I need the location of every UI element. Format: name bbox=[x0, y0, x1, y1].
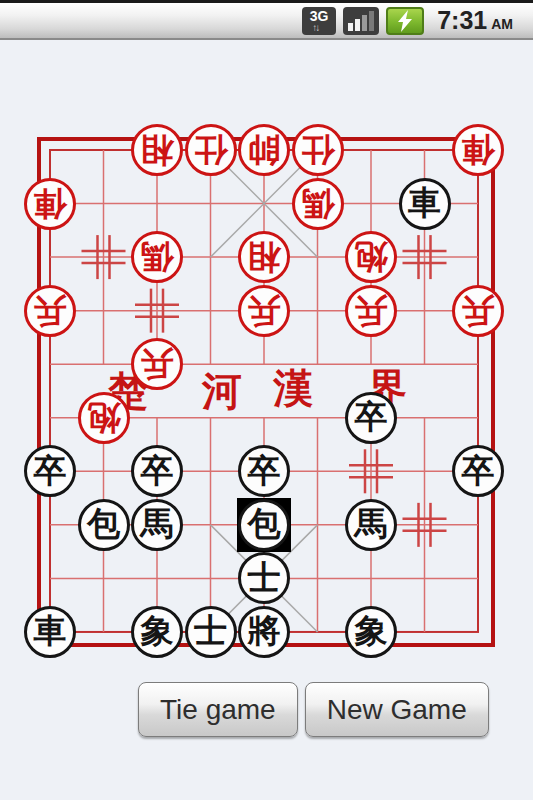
board-cell[interactable]: 兵 bbox=[451, 284, 505, 338]
board-cell[interactable] bbox=[184, 284, 238, 338]
board-cell[interactable]: 象 bbox=[344, 605, 398, 659]
piece-black-advisor[interactable]: 士 bbox=[238, 552, 290, 604]
board-cell[interactable] bbox=[344, 123, 398, 177]
board-cell[interactable]: 士 bbox=[237, 552, 291, 606]
board-cell[interactable]: 炮 bbox=[344, 230, 398, 284]
clock-meridiem: AM bbox=[491, 16, 513, 32]
phone-screen: 3G ↑↓ 7:31 AM 楚 河 漢 界 相仕帥仕俥俥傌車傌相炮兵兵兵兵兵炮卒… bbox=[0, 0, 533, 800]
board-cell[interactable] bbox=[23, 391, 77, 445]
board-cell[interactable] bbox=[77, 284, 131, 338]
3g-label: 3G bbox=[310, 9, 329, 23]
board-cell[interactable]: 車 bbox=[398, 177, 452, 231]
action-buttons: Tie game New Game bbox=[138, 682, 489, 737]
piece-black-soldier[interactable]: 卒 bbox=[238, 445, 290, 497]
board-cell[interactable] bbox=[291, 284, 345, 338]
board-cell[interactable] bbox=[291, 337, 345, 391]
board-cell[interactable] bbox=[291, 230, 345, 284]
board-cell[interactable]: 俥 bbox=[23, 177, 77, 231]
board-cell[interactable] bbox=[451, 552, 505, 606]
piece-red-horse[interactable]: 傌 bbox=[131, 231, 183, 283]
board-cell[interactable]: 炮 bbox=[77, 391, 131, 445]
piece-black-soldier[interactable]: 卒 bbox=[345, 392, 397, 444]
board-cell[interactable] bbox=[237, 337, 291, 391]
piece-black-cannon[interactable]: 包 bbox=[238, 499, 290, 551]
board-cell[interactable] bbox=[344, 337, 398, 391]
board-grid: 相仕帥仕俥俥傌車傌相炮兵兵兵兵兵炮卒卒卒卒卒包馬包馬士車象士將象 bbox=[23, 123, 505, 658]
status-bar: 3G ↑↓ 7:31 AM bbox=[0, 0, 533, 40]
board-cell[interactable] bbox=[130, 391, 184, 445]
3g-data-icon: 3G ↑↓ bbox=[302, 7, 336, 35]
board-cell[interactable] bbox=[451, 498, 505, 552]
board-cell[interactable] bbox=[398, 498, 452, 552]
piece-black-soldier[interactable]: 卒 bbox=[131, 445, 183, 497]
piece-black-advisor[interactable]: 士 bbox=[185, 606, 237, 658]
board-cell[interactable] bbox=[77, 337, 131, 391]
board-cell[interactable] bbox=[398, 230, 452, 284]
board-cell[interactable] bbox=[184, 552, 238, 606]
xiangqi-board: 楚 河 漢 界 相仕帥仕俥俥傌車傌相炮兵兵兵兵兵炮卒卒卒卒卒包馬包馬士車象士將象 bbox=[26, 126, 506, 656]
board-cell[interactable] bbox=[344, 177, 398, 231]
board-cell[interactable] bbox=[184, 177, 238, 231]
piece-red-soldier[interactable]: 兵 bbox=[131, 338, 183, 390]
board-cell[interactable]: 兵 bbox=[344, 284, 398, 338]
board-cell[interactable] bbox=[291, 391, 345, 445]
board-cell[interactable] bbox=[184, 498, 238, 552]
piece-red-advisor[interactable]: 仕 bbox=[185, 124, 237, 176]
board-cell[interactable] bbox=[23, 337, 77, 391]
piece-red-soldier[interactable]: 兵 bbox=[345, 285, 397, 337]
board-cell[interactable] bbox=[77, 230, 131, 284]
piece-red-general[interactable]: 帥 bbox=[238, 124, 290, 176]
piece-black-horse[interactable]: 馬 bbox=[345, 499, 397, 551]
board-cell[interactable] bbox=[291, 445, 345, 499]
board-cell[interactable]: 相 bbox=[130, 123, 184, 177]
board-cell[interactable] bbox=[77, 177, 131, 231]
board-cell[interactable]: 兵 bbox=[237, 284, 291, 338]
board-cell[interactable] bbox=[398, 391, 452, 445]
tie-game-button[interactable]: Tie game bbox=[138, 682, 298, 737]
board-cell[interactable]: 仕 bbox=[184, 123, 238, 177]
clock: 7:31 AM bbox=[437, 6, 513, 35]
board-cell[interactable]: 卒 bbox=[451, 445, 505, 499]
board-cell[interactable] bbox=[398, 552, 452, 606]
piece-black-elephant[interactable]: 象 bbox=[131, 606, 183, 658]
board-cell[interactable] bbox=[130, 177, 184, 231]
board-cell[interactable]: 馬 bbox=[130, 498, 184, 552]
lightning-bolt-icon bbox=[395, 10, 415, 32]
board-cell[interactable]: 卒 bbox=[237, 445, 291, 499]
board-cell[interactable] bbox=[344, 445, 398, 499]
board-cell[interactable] bbox=[77, 605, 131, 659]
board-cell[interactable]: 仕 bbox=[291, 123, 345, 177]
board-cell[interactable] bbox=[77, 445, 131, 499]
piece-black-cannon[interactable]: 包 bbox=[78, 499, 130, 551]
board-cell[interactable] bbox=[23, 552, 77, 606]
board-cell[interactable]: 相 bbox=[237, 230, 291, 284]
piece-red-soldier[interactable]: 兵 bbox=[24, 285, 76, 337]
clock-time: 7:31 bbox=[437, 6, 487, 35]
piece-red-soldier[interactable]: 兵 bbox=[452, 285, 504, 337]
board-cell[interactable] bbox=[184, 230, 238, 284]
board-cell[interactable] bbox=[451, 337, 505, 391]
piece-red-elephant[interactable]: 相 bbox=[131, 124, 183, 176]
board-cell[interactable]: 兵 bbox=[23, 284, 77, 338]
board-cell[interactable] bbox=[23, 230, 77, 284]
board-cell[interactable]: 俥 bbox=[451, 123, 505, 177]
board-cell[interactable] bbox=[130, 284, 184, 338]
piece-red-cannon[interactable]: 炮 bbox=[78, 392, 130, 444]
board-cell[interactable] bbox=[237, 177, 291, 231]
board-cell[interactable] bbox=[77, 552, 131, 606]
board-cell[interactable] bbox=[130, 552, 184, 606]
board-cell[interactable] bbox=[398, 445, 452, 499]
board-cell[interactable] bbox=[237, 391, 291, 445]
board-cell[interactable]: 卒 bbox=[344, 391, 398, 445]
board-cell[interactable]: 將 bbox=[237, 605, 291, 659]
board-cell[interactable] bbox=[398, 605, 452, 659]
board-cell[interactable] bbox=[23, 123, 77, 177]
piece-black-horse[interactable]: 馬 bbox=[131, 499, 183, 551]
board-cell[interactable]: 包 bbox=[237, 498, 291, 552]
board-cell[interactable] bbox=[451, 391, 505, 445]
new-game-button[interactable]: New Game bbox=[305, 682, 489, 737]
piece-red-soldier[interactable]: 兵 bbox=[238, 285, 290, 337]
piece-black-elephant[interactable]: 象 bbox=[345, 606, 397, 658]
board-cell[interactable] bbox=[398, 123, 452, 177]
battery-charging-icon bbox=[386, 7, 424, 35]
data-arrows-icon: ↑↓ bbox=[312, 23, 318, 33]
piece-black-soldier[interactable]: 卒 bbox=[24, 445, 76, 497]
piece-red-chariot[interactable]: 俥 bbox=[24, 178, 76, 230]
piece-black-general[interactable]: 將 bbox=[238, 606, 290, 658]
board-cell[interactable]: 傌 bbox=[130, 230, 184, 284]
board-cell[interactable]: 傌 bbox=[291, 177, 345, 231]
piece-black-chariot[interactable]: 車 bbox=[24, 606, 76, 658]
board-cell[interactable] bbox=[184, 337, 238, 391]
board-cell[interactable] bbox=[398, 337, 452, 391]
board-cell[interactable] bbox=[291, 552, 345, 606]
piece-black-chariot[interactable]: 車 bbox=[399, 178, 451, 230]
board-cell[interactable]: 卒 bbox=[23, 445, 77, 499]
board-cell[interactable] bbox=[451, 177, 505, 231]
piece-red-cannon[interactable]: 炮 bbox=[345, 231, 397, 283]
board-cell[interactable]: 卒 bbox=[130, 445, 184, 499]
board-cell[interactable]: 包 bbox=[77, 498, 131, 552]
board-cell[interactable] bbox=[291, 498, 345, 552]
piece-red-advisor[interactable]: 仕 bbox=[292, 124, 344, 176]
board-cell[interactable] bbox=[451, 605, 505, 659]
board-cell[interactable]: 帥 bbox=[237, 123, 291, 177]
board-cell[interactable] bbox=[451, 230, 505, 284]
piece-black-soldier[interactable]: 卒 bbox=[452, 445, 504, 497]
board-cell[interactable] bbox=[77, 123, 131, 177]
board-cell[interactable]: 馬 bbox=[344, 498, 398, 552]
board-cell[interactable] bbox=[23, 498, 77, 552]
board-cell[interactable] bbox=[344, 552, 398, 606]
board-cell[interactable] bbox=[184, 391, 238, 445]
board-cell[interactable]: 士 bbox=[184, 605, 238, 659]
board-cell[interactable]: 兵 bbox=[130, 337, 184, 391]
signal-strength-icon bbox=[343, 7, 379, 35]
piece-red-elephant[interactable]: 相 bbox=[238, 231, 290, 283]
piece-red-chariot[interactable]: 俥 bbox=[452, 124, 504, 176]
board-cell[interactable] bbox=[184, 445, 238, 499]
board-cell[interactable] bbox=[398, 284, 452, 338]
board-cell[interactable]: 象 bbox=[130, 605, 184, 659]
board-cell[interactable]: 車 bbox=[23, 605, 77, 659]
board-cell[interactable] bbox=[291, 605, 345, 659]
piece-red-horse[interactable]: 傌 bbox=[292, 178, 344, 230]
